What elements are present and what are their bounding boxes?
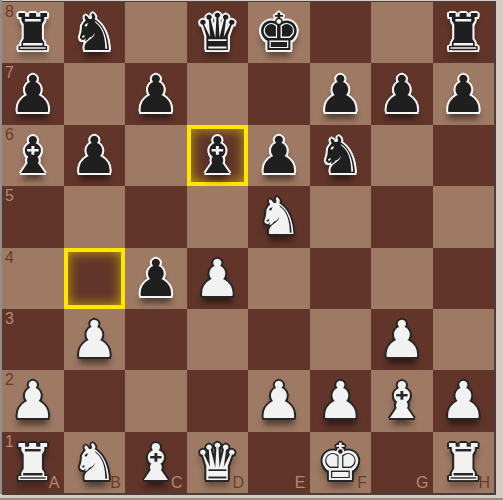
black-king[interactable]: ♚ bbox=[248, 2, 310, 63]
white-bishop[interactable]: ♝ bbox=[371, 370, 433, 431]
square-b8[interactable]: ♞ bbox=[64, 2, 126, 63]
rank-label: 3 bbox=[5, 311, 14, 327]
square-h4[interactable] bbox=[433, 248, 495, 309]
square-d2[interactable] bbox=[187, 370, 249, 431]
square-a3[interactable]: 3 bbox=[2, 309, 64, 370]
square-g1[interactable]: G bbox=[371, 432, 433, 493]
square-f2[interactable]: ♟ bbox=[310, 370, 372, 431]
square-c4[interactable]: ♟ bbox=[125, 248, 187, 309]
black-pawn[interactable]: ♟ bbox=[248, 125, 310, 186]
white-pawn[interactable]: ♟ bbox=[64, 309, 126, 370]
black-pawn[interactable]: ♟ bbox=[371, 63, 433, 124]
square-d7[interactable] bbox=[187, 63, 249, 124]
white-rook[interactable]: ♜ bbox=[2, 432, 64, 493]
square-b6[interactable]: ♟ bbox=[64, 125, 126, 186]
chess-app-window: 8♜♞♛♚♜7♟♟♟♟♟6♝♟♝♟♞5♞4♟♟3♟♟2♟♟♟♝♟1A♜B♞C♝D… bbox=[0, 0, 503, 500]
square-d3[interactable] bbox=[187, 309, 249, 370]
square-d8[interactable]: ♛ bbox=[187, 2, 249, 63]
square-d1[interactable]: D♛ bbox=[187, 432, 249, 493]
square-h7[interactable]: ♟ bbox=[433, 63, 495, 124]
white-queen[interactable]: ♛ bbox=[187, 432, 249, 493]
square-b2[interactable] bbox=[64, 370, 126, 431]
black-rook[interactable]: ♜ bbox=[433, 2, 495, 63]
black-pawn[interactable]: ♟ bbox=[64, 125, 126, 186]
square-f5[interactable] bbox=[310, 186, 372, 247]
square-h6[interactable] bbox=[433, 125, 495, 186]
square-g3[interactable]: ♟ bbox=[371, 309, 433, 370]
square-h8[interactable]: ♜ bbox=[433, 2, 495, 63]
square-a4[interactable]: 4 bbox=[2, 248, 64, 309]
square-e8[interactable]: ♚ bbox=[248, 2, 310, 63]
rank-label: 5 bbox=[5, 188, 14, 204]
square-d4[interactable]: ♟ bbox=[187, 248, 249, 309]
black-rook[interactable]: ♜ bbox=[2, 2, 64, 63]
white-king[interactable]: ♚ bbox=[310, 432, 372, 493]
square-f6[interactable]: ♞ bbox=[310, 125, 372, 186]
square-e6[interactable]: ♟ bbox=[248, 125, 310, 186]
square-a7[interactable]: 7♟ bbox=[2, 63, 64, 124]
square-h3[interactable] bbox=[433, 309, 495, 370]
white-knight[interactable]: ♞ bbox=[248, 186, 310, 247]
square-e5[interactable]: ♞ bbox=[248, 186, 310, 247]
black-bishop[interactable]: ♝ bbox=[2, 125, 64, 186]
white-pawn[interactable]: ♟ bbox=[371, 309, 433, 370]
square-e4[interactable] bbox=[248, 248, 310, 309]
file-label: E bbox=[295, 475, 306, 491]
square-c6[interactable] bbox=[125, 125, 187, 186]
square-b1[interactable]: B♞ bbox=[64, 432, 126, 493]
square-g4[interactable] bbox=[371, 248, 433, 309]
white-knight[interactable]: ♞ bbox=[64, 432, 126, 493]
square-b3[interactable]: ♟ bbox=[64, 309, 126, 370]
square-g7[interactable]: ♟ bbox=[371, 63, 433, 124]
black-queen[interactable]: ♛ bbox=[187, 2, 249, 63]
black-pawn[interactable]: ♟ bbox=[125, 63, 187, 124]
square-d5[interactable] bbox=[187, 186, 249, 247]
square-b7[interactable] bbox=[64, 63, 126, 124]
white-rook[interactable]: ♜ bbox=[433, 432, 495, 493]
square-a5[interactable]: 5 bbox=[2, 186, 64, 247]
white-pawn[interactable]: ♟ bbox=[310, 370, 372, 431]
square-h1[interactable]: H♜ bbox=[433, 432, 495, 493]
white-pawn[interactable]: ♟ bbox=[187, 248, 249, 309]
white-bishop[interactable]: ♝ bbox=[125, 432, 187, 493]
square-a8[interactable]: 8♜ bbox=[2, 2, 64, 63]
square-h5[interactable] bbox=[433, 186, 495, 247]
square-e3[interactable] bbox=[248, 309, 310, 370]
square-g5[interactable] bbox=[371, 186, 433, 247]
square-e2[interactable]: ♟ bbox=[248, 370, 310, 431]
black-pawn[interactable]: ♟ bbox=[125, 248, 187, 309]
square-g8[interactable] bbox=[371, 2, 433, 63]
square-a6[interactable]: 6♝ bbox=[2, 125, 64, 186]
square-h2[interactable]: ♟ bbox=[433, 370, 495, 431]
square-g2[interactable]: ♝ bbox=[371, 370, 433, 431]
square-d6[interactable]: ♝ bbox=[187, 125, 249, 186]
square-a1[interactable]: 1A♜ bbox=[2, 432, 64, 493]
white-pawn[interactable]: ♟ bbox=[2, 370, 64, 431]
square-c2[interactable] bbox=[125, 370, 187, 431]
square-e1[interactable]: E bbox=[248, 432, 310, 493]
white-pawn[interactable]: ♟ bbox=[248, 370, 310, 431]
square-a2[interactable]: 2♟ bbox=[2, 370, 64, 431]
chess-board: 8♜♞♛♚♜7♟♟♟♟♟6♝♟♝♟♞5♞4♟♟3♟♟2♟♟♟♝♟1A♜B♞C♝D… bbox=[2, 1, 496, 495]
rank-label: 4 bbox=[5, 250, 14, 266]
square-b5[interactable] bbox=[64, 186, 126, 247]
file-label: G bbox=[416, 475, 428, 491]
black-pawn[interactable]: ♟ bbox=[310, 63, 372, 124]
square-e7[interactable] bbox=[248, 63, 310, 124]
black-pawn[interactable]: ♟ bbox=[2, 63, 64, 124]
square-c3[interactable] bbox=[125, 309, 187, 370]
square-f1[interactable]: F♚ bbox=[310, 432, 372, 493]
square-f3[interactable] bbox=[310, 309, 372, 370]
square-g6[interactable] bbox=[371, 125, 433, 186]
black-pawn[interactable]: ♟ bbox=[433, 63, 495, 124]
square-c7[interactable]: ♟ bbox=[125, 63, 187, 124]
square-b4[interactable] bbox=[64, 248, 126, 309]
white-pawn[interactable]: ♟ bbox=[433, 370, 495, 431]
square-c8[interactable] bbox=[125, 2, 187, 63]
square-f7[interactable]: ♟ bbox=[310, 63, 372, 124]
square-f4[interactable] bbox=[310, 248, 372, 309]
black-knight[interactable]: ♞ bbox=[310, 125, 372, 186]
square-c1[interactable]: C♝ bbox=[125, 432, 187, 493]
black-bishop[interactable]: ♝ bbox=[187, 125, 249, 186]
square-f8[interactable] bbox=[310, 2, 372, 63]
square-c5[interactable] bbox=[125, 186, 187, 247]
black-knight[interactable]: ♞ bbox=[64, 2, 126, 63]
